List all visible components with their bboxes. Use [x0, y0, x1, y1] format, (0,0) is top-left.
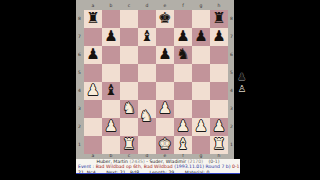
event-result: 0-1 — [232, 164, 240, 169]
square-f5 — [174, 64, 192, 82]
square-a5 — [84, 64, 102, 82]
square-f3 — [174, 100, 192, 118]
rank-labels-left: 87654321 — [76, 10, 83, 154]
rank-label-1: 1 — [76, 136, 83, 154]
board-frame: abcdefgh 87654321 87654321 abcdefgh ♜♚♜♟… — [76, 0, 234, 159]
event-label: Event : — [78, 164, 94, 169]
game-result: (0-1) — [208, 159, 219, 164]
square-b5 — [102, 64, 120, 82]
rank-label-6: 6 — [76, 46, 83, 64]
square-e8 — [156, 10, 174, 28]
file-label-f: f — [174, 3, 192, 9]
square-c1 — [120, 136, 138, 154]
square-f7 — [174, 28, 192, 46]
square-h2 — [210, 118, 228, 136]
caption-underline-rule — [76, 173, 240, 175]
square-d6 — [138, 46, 156, 64]
event-date-round: (1993.11.01) Round 7 b) — [174, 164, 230, 169]
square-g5 — [192, 64, 210, 82]
square-b2 — [102, 118, 120, 136]
square-h5 — [210, 64, 228, 82]
square-h1 — [210, 136, 228, 154]
rank-label-3: 3 — [76, 100, 83, 118]
square-d5 — [138, 64, 156, 82]
square-h7 — [210, 28, 228, 46]
square-d7 — [138, 28, 156, 46]
square-f4 — [174, 82, 192, 100]
square-e1 — [156, 136, 174, 154]
square-b6 — [102, 46, 120, 64]
square-b1 — [102, 136, 120, 154]
square-c3 — [120, 100, 138, 118]
file-labels-top: abcdefgh — [84, 3, 228, 9]
square-e6 — [156, 46, 174, 64]
square-h8 — [210, 10, 228, 28]
caption-panel: Huber, Martin (2435) - Suder, Wladimir (… — [76, 159, 240, 173]
captured-pieces-tray: ♟♙ — [235, 71, 249, 97]
square-a7 — [84, 28, 102, 46]
square-c7 — [120, 28, 138, 46]
rank-label-4: 4 — [76, 82, 83, 100]
square-h3 — [210, 100, 228, 118]
rank-label-5: 5 — [76, 64, 83, 82]
square-d1 — [138, 136, 156, 154]
black-player-name: Suder, Wladimir — [149, 159, 186, 164]
square-g8 — [192, 10, 210, 28]
rank-label-8: 8 — [228, 10, 235, 28]
rank-label-7: 7 — [228, 28, 235, 46]
square-g3 — [192, 100, 210, 118]
square-g6 — [192, 46, 210, 64]
file-label-h: h — [210, 3, 228, 9]
board-squares: ♜♚♜♟♝♟♟♟♟♟♞♟♝♞♟♟♞♟♟♟♜♚♝♜ — [84, 10, 228, 154]
square-h6 — [210, 46, 228, 64]
file-label-g: g — [192, 3, 210, 9]
square-d3 — [138, 100, 156, 118]
square-f8 — [174, 10, 192, 28]
square-c2 — [120, 118, 138, 136]
square-c5 — [120, 64, 138, 82]
file-label-e: e — [156, 3, 174, 9]
rank-label-8: 8 — [76, 10, 83, 28]
square-h4 — [210, 82, 228, 100]
rank-label-6: 6 — [228, 46, 235, 64]
rank-label-4: 4 — [228, 82, 235, 100]
file-label-d: d — [138, 3, 156, 9]
square-c6 — [120, 46, 138, 64]
rank-label-1: 1 — [228, 136, 235, 154]
square-a8 — [84, 10, 102, 28]
file-label-b: b — [102, 3, 120, 9]
file-label-c: c — [120, 3, 138, 9]
square-f2 — [174, 118, 192, 136]
rank-label-2: 2 — [228, 118, 235, 136]
square-c8 — [120, 10, 138, 28]
square-d8 — [138, 10, 156, 28]
square-a2 — [84, 118, 102, 136]
square-e7 — [156, 28, 174, 46]
white-player-name: Huber, Martin — [96, 159, 128, 164]
square-e5 — [156, 64, 174, 82]
black-player-elo: (2170) — [188, 159, 203, 164]
square-f6 — [174, 46, 192, 64]
white-player-elo: (2435) — [129, 159, 144, 164]
square-d4 — [138, 82, 156, 100]
square-e4 — [156, 82, 174, 100]
file-label-a: a — [84, 3, 102, 9]
event-value: Bad Wildbad op 6th, Bad Wildbad — [96, 164, 173, 169]
square-g2 — [192, 118, 210, 136]
rank-label-7: 7 — [76, 28, 83, 46]
square-a1 — [84, 136, 102, 154]
square-b8 — [102, 10, 120, 28]
square-e2 — [156, 118, 174, 136]
square-a4 — [84, 82, 102, 100]
chess-board: ♜♚♜♟♝♟♟♟♟♟♞♟♝♞♟♟♞♟♟♟♜♚♝♜ — [84, 10, 228, 154]
square-d2 — [138, 118, 156, 136]
square-g1 — [192, 136, 210, 154]
rank-labels-right: 87654321 — [228, 10, 235, 154]
square-g4 — [192, 82, 210, 100]
square-g7 — [192, 28, 210, 46]
square-a6 — [84, 46, 102, 64]
rank-label-3: 3 — [228, 100, 235, 118]
square-b4 — [102, 82, 120, 100]
players-separator: - — [146, 159, 148, 164]
square-b3 — [102, 100, 120, 118]
square-f1 — [174, 136, 192, 154]
square-c4 — [120, 82, 138, 100]
square-a3 — [84, 100, 102, 118]
rank-label-2: 2 — [76, 118, 83, 136]
captured-black-pawn: ♟ — [238, 71, 247, 83]
square-e3 — [156, 100, 174, 118]
rank-label-5: 5 — [228, 64, 235, 82]
square-b7 — [102, 28, 120, 46]
captured-white-pawn: ♙ — [238, 83, 247, 95]
